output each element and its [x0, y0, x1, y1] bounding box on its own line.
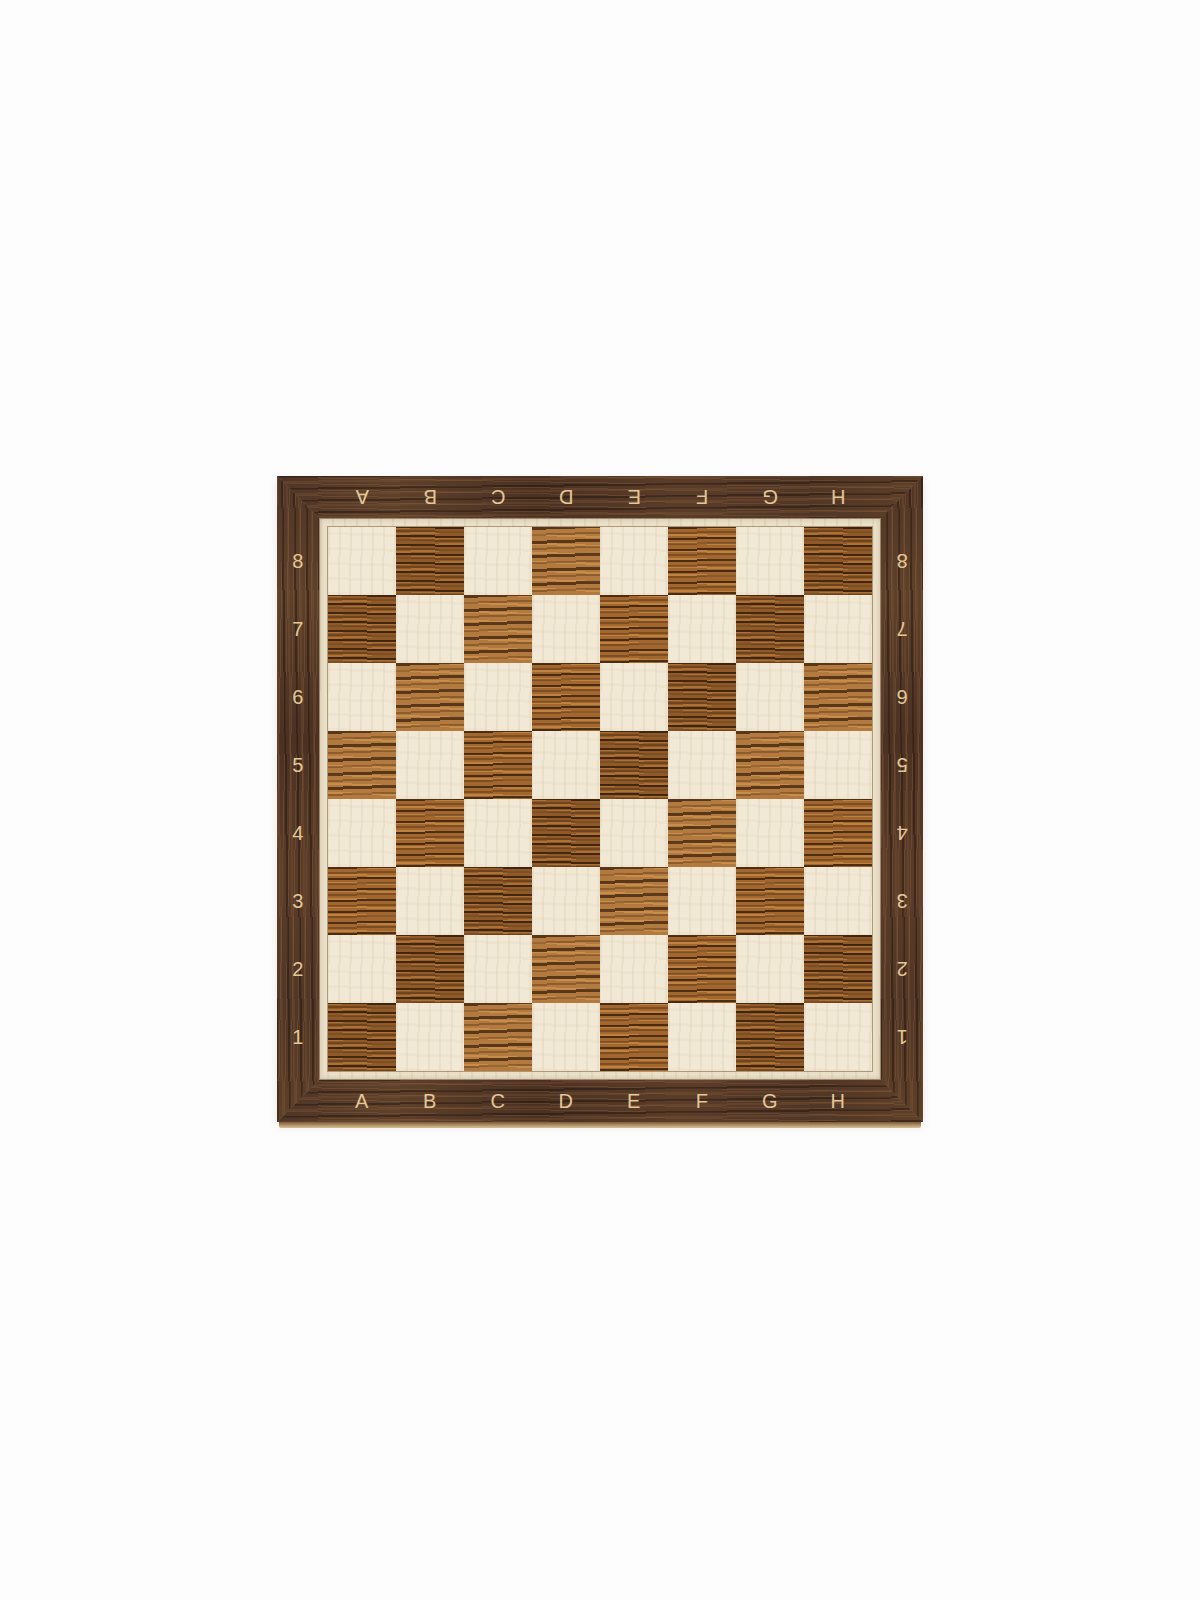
square-d6	[532, 663, 600, 731]
square-d7	[532, 595, 600, 663]
file-label-top-g: G	[736, 476, 804, 518]
file-label-top-h: H	[804, 476, 872, 518]
square-g5	[736, 731, 804, 799]
file-label-top-c: C	[464, 476, 532, 518]
square-b8	[396, 527, 464, 595]
square-h6	[804, 663, 872, 731]
square-c1	[464, 1003, 532, 1071]
square-g8	[736, 527, 804, 595]
rank-label-right-4: 4	[881, 799, 923, 867]
square-e8	[600, 527, 668, 595]
rank-label-right-2: 2	[881, 935, 923, 1003]
square-a7	[328, 595, 396, 663]
rank-label-left-5: 5	[277, 731, 319, 799]
file-label-bottom-a: A	[328, 1080, 396, 1122]
square-b7	[396, 595, 464, 663]
square-d2	[532, 935, 600, 1003]
square-a6	[328, 663, 396, 731]
rank-label-right-8: 8	[881, 527, 923, 595]
square-g4	[736, 799, 804, 867]
file-label-bottom-g: G	[736, 1080, 804, 1122]
file-label-top-a: A	[328, 476, 396, 518]
square-e1	[600, 1003, 668, 1071]
board-squares-grid	[328, 527, 872, 1071]
file-label-bottom-e: E	[600, 1080, 668, 1122]
square-g6	[736, 663, 804, 731]
file-label-bottom-c: C	[464, 1080, 532, 1122]
square-a8	[328, 527, 396, 595]
file-label-top-b: B	[396, 476, 464, 518]
square-h4	[804, 799, 872, 867]
square-b4	[396, 799, 464, 867]
rank-label-right-3: 3	[881, 867, 923, 935]
square-f5	[668, 731, 736, 799]
square-d5	[532, 731, 600, 799]
square-e6	[600, 663, 668, 731]
rank-label-right-5: 5	[881, 731, 923, 799]
file-label-top-f: F	[668, 476, 736, 518]
square-h1	[804, 1003, 872, 1071]
square-d3	[532, 867, 600, 935]
square-e5	[600, 731, 668, 799]
square-f8	[668, 527, 736, 595]
file-label-bottom-d: D	[532, 1080, 600, 1122]
square-a5	[328, 731, 396, 799]
rank-label-left-2: 2	[277, 935, 319, 1003]
rank-label-left-4: 4	[277, 799, 319, 867]
square-f4	[668, 799, 736, 867]
square-f3	[668, 867, 736, 935]
file-label-bottom-f: F	[668, 1080, 736, 1122]
square-f2	[668, 935, 736, 1003]
square-g2	[736, 935, 804, 1003]
square-c7	[464, 595, 532, 663]
rank-label-left-7: 7	[277, 595, 319, 663]
square-f6	[668, 663, 736, 731]
rank-label-right-6: 6	[881, 663, 923, 731]
square-b5	[396, 731, 464, 799]
rank-label-left-6: 6	[277, 663, 319, 731]
square-c3	[464, 867, 532, 935]
rank-label-right-1: 1	[881, 1003, 923, 1071]
square-h2	[804, 935, 872, 1003]
square-c5	[464, 731, 532, 799]
square-b1	[396, 1003, 464, 1071]
square-a4	[328, 799, 396, 867]
square-f1	[668, 1003, 736, 1071]
file-label-bottom-b: B	[396, 1080, 464, 1122]
square-f7	[668, 595, 736, 663]
square-b6	[396, 663, 464, 731]
square-d4	[532, 799, 600, 867]
file-label-top-d: D	[532, 476, 600, 518]
square-e4	[600, 799, 668, 867]
square-b2	[396, 935, 464, 1003]
square-c2	[464, 935, 532, 1003]
square-d8	[532, 527, 600, 595]
square-d1	[532, 1003, 600, 1071]
rank-label-right-7: 7	[881, 595, 923, 663]
file-label-top-e: E	[600, 476, 668, 518]
square-h7	[804, 595, 872, 663]
square-h3	[804, 867, 872, 935]
chess-board: ABCDEFGHABCDEFGH8765432187654321	[277, 476, 923, 1122]
square-c4	[464, 799, 532, 867]
rank-label-left-8: 8	[277, 527, 319, 595]
square-a2	[328, 935, 396, 1003]
file-label-bottom-h: H	[804, 1080, 872, 1122]
square-b3	[396, 867, 464, 935]
square-g7	[736, 595, 804, 663]
square-a3	[328, 867, 396, 935]
square-g1	[736, 1003, 804, 1071]
square-g3	[736, 867, 804, 935]
rank-label-left-1: 1	[277, 1003, 319, 1071]
square-c6	[464, 663, 532, 731]
square-h8	[804, 527, 872, 595]
square-h5	[804, 731, 872, 799]
board-bottom-edge	[279, 1122, 921, 1128]
square-e2	[600, 935, 668, 1003]
square-e3	[600, 867, 668, 935]
square-c8	[464, 527, 532, 595]
square-e7	[600, 595, 668, 663]
square-a1	[328, 1003, 396, 1071]
rank-label-left-3: 3	[277, 867, 319, 935]
